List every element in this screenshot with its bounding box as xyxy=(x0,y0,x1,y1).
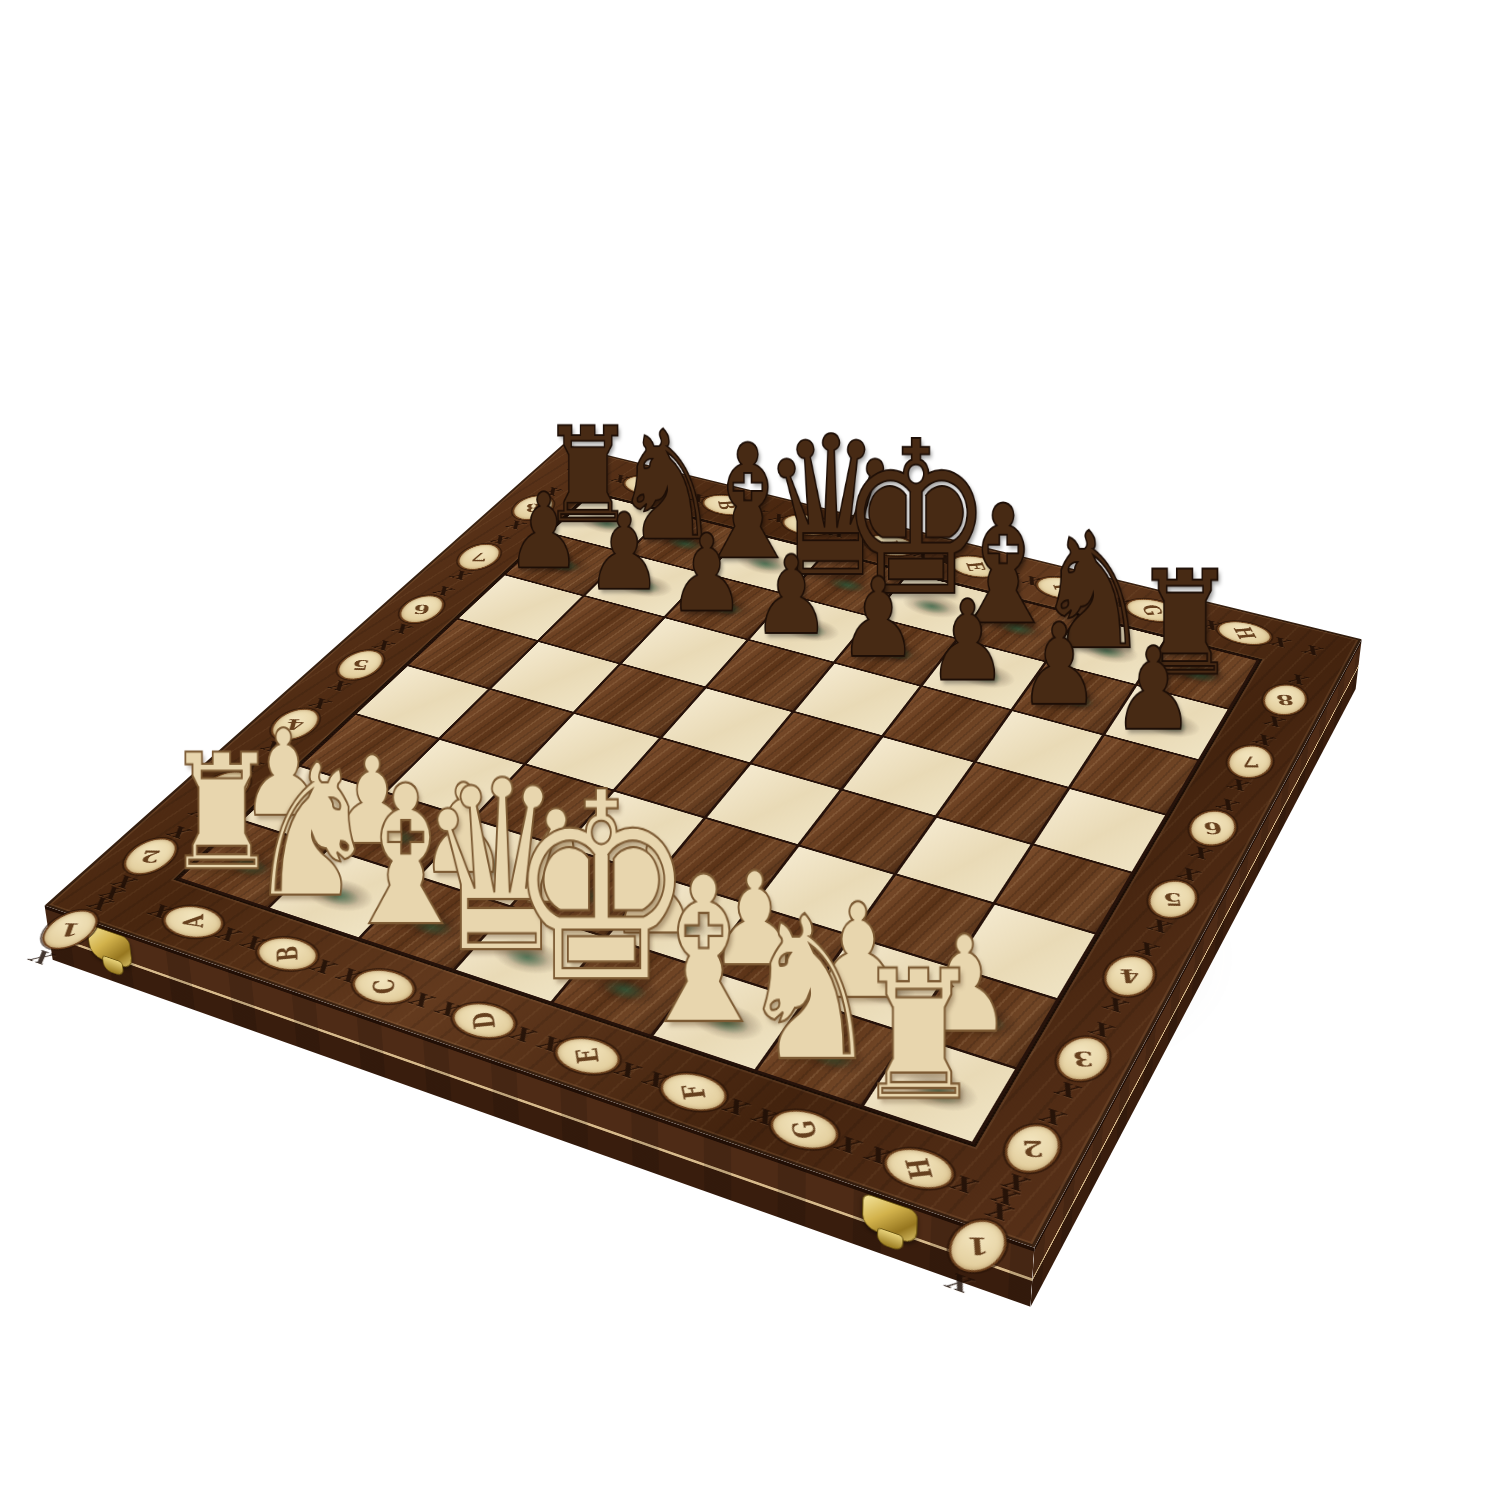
file-label-text: G xyxy=(1136,604,1168,617)
scroll-motif: X xyxy=(23,945,57,968)
rank-label-text: 6 xyxy=(412,602,431,617)
file-label-text: D xyxy=(876,539,905,551)
rank-label-text: 1 xyxy=(966,1232,990,1260)
white-rook-glyph: ♜ xyxy=(802,947,1035,1125)
scroll-motif: X xyxy=(941,1267,975,1297)
black-pawn-glyph: ♟ xyxy=(1057,632,1251,746)
rank-label-text: 7 xyxy=(470,550,488,564)
file-label-text: H xyxy=(1228,626,1261,640)
rank-label-text: 8 xyxy=(524,501,541,514)
piece-white-rook: ♜ xyxy=(863,1036,1018,1145)
product-photo-scene: XAXXBXXCXXDXXEXXFXXGXXHX XAXXBXXCXXDXXEX… xyxy=(0,0,1500,1500)
file-label-text: B xyxy=(713,499,741,510)
rank-label-text: 1 xyxy=(57,919,84,940)
